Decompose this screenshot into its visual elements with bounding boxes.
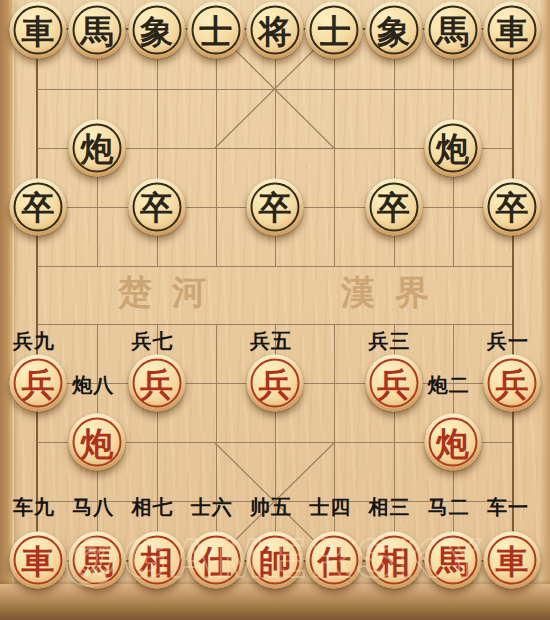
- piece-glyph: 士: [199, 13, 232, 47]
- piece-glyph: 兵: [22, 366, 55, 400]
- move-label: 车一: [487, 494, 529, 521]
- piece-black-chariot[interactable]: 車: [484, 2, 541, 59]
- piece-glyph: 卒: [22, 190, 55, 224]
- piece-glyph: 帥: [259, 543, 292, 577]
- move-label: 马八: [72, 494, 114, 521]
- piece-red-horse[interactable]: 馬: [424, 532, 481, 589]
- board-point[interactable]: [157, 89, 216, 148]
- board-point[interactable]: [334, 442, 393, 501]
- piece-red-soldier[interactable]: 兵: [10, 355, 67, 412]
- piece-glyph: 馬: [436, 543, 469, 577]
- piece-glyph: 士: [318, 13, 351, 47]
- piece-red-advisor[interactable]: 仕: [306, 532, 363, 589]
- board-point[interactable]: [157, 442, 216, 501]
- piece-red-elephant[interactable]: 相: [128, 532, 185, 589]
- piece-glyph: 卒: [259, 190, 292, 224]
- piece-black-general[interactable]: 将: [247, 2, 304, 59]
- board-frame-right: [540, 0, 550, 588]
- piece-glyph: 象: [140, 13, 173, 47]
- piece-black-horse[interactable]: 馬: [69, 2, 126, 59]
- piece-black-soldier[interactable]: 卒: [128, 178, 185, 235]
- move-label: 兵七: [132, 328, 174, 355]
- piece-glyph: 象: [377, 13, 410, 47]
- board-frame-left: [0, 0, 14, 588]
- piece-glyph: 車: [22, 543, 55, 577]
- board-point[interactable]: [38, 266, 97, 325]
- move-label: 兵五: [250, 328, 292, 355]
- piece-red-cannon[interactable]: 炮: [69, 414, 126, 471]
- move-label: 兵一: [487, 328, 529, 355]
- piece-glyph: 炮: [436, 425, 469, 459]
- piece-glyph: 兵: [140, 366, 173, 400]
- piece-glyph: 兵: [259, 366, 292, 400]
- piece-glyph: 馬: [436, 13, 469, 47]
- piece-red-soldier[interactable]: 兵: [484, 355, 541, 412]
- xiangqi-board: 楚河 漢界 車馬象士将士象馬車炮炮卒卒卒卒卒兵兵兵兵兵炮炮車馬相仕帥仕相馬車 兵…: [0, 0, 550, 620]
- move-label: 炮八: [72, 372, 114, 399]
- piece-red-general[interactable]: 帥: [247, 532, 304, 589]
- piece-glyph: 車: [22, 13, 55, 47]
- piece-black-advisor[interactable]: 士: [187, 2, 244, 59]
- piece-glyph: 車: [496, 13, 529, 47]
- board-point[interactable]: [334, 89, 393, 148]
- piece-glyph: 将: [259, 13, 292, 47]
- board-point[interactable]: [275, 89, 334, 148]
- piece-glyph: 卒: [496, 190, 529, 224]
- piece-black-chariot[interactable]: 車: [10, 2, 67, 59]
- piece-glyph: 仕: [199, 543, 232, 577]
- piece-black-cannon[interactable]: 炮: [69, 119, 126, 176]
- board-point[interactable]: [453, 266, 512, 325]
- piece-black-soldier[interactable]: 卒: [10, 178, 67, 235]
- piece-red-chariot[interactable]: 車: [484, 532, 541, 589]
- piece-black-soldier[interactable]: 卒: [247, 178, 304, 235]
- board-point[interactable]: [216, 89, 275, 148]
- piece-glyph: 卒: [377, 190, 410, 224]
- piece-glyph: 馬: [81, 543, 114, 577]
- board-point[interactable]: [216, 442, 275, 501]
- piece-glyph: 相: [377, 543, 410, 577]
- piece-black-horse[interactable]: 馬: [424, 2, 481, 59]
- piece-red-soldier[interactable]: 兵: [247, 355, 304, 412]
- piece-red-horse[interactable]: 馬: [69, 532, 126, 589]
- piece-black-soldier[interactable]: 卒: [484, 178, 541, 235]
- move-label: 车九: [13, 494, 55, 521]
- river-text-right: 漢界: [341, 270, 449, 316]
- piece-glyph: 仕: [318, 543, 351, 577]
- river-text-left: 楚河: [118, 270, 226, 316]
- piece-red-advisor[interactable]: 仕: [187, 532, 244, 589]
- piece-black-elephant[interactable]: 象: [365, 2, 422, 59]
- piece-glyph: 炮: [81, 131, 114, 165]
- move-label: 士四: [309, 494, 351, 521]
- piece-red-soldier[interactable]: 兵: [128, 355, 185, 412]
- board-point[interactable]: [275, 266, 334, 325]
- piece-red-soldier[interactable]: 兵: [365, 355, 422, 412]
- piece-black-cannon[interactable]: 炮: [424, 119, 481, 176]
- board-frame-bottom: [0, 584, 550, 620]
- piece-glyph: 相: [140, 543, 173, 577]
- piece-black-soldier[interactable]: 卒: [365, 178, 422, 235]
- piece-glyph: 炮: [436, 131, 469, 165]
- board-point[interactable]: [275, 442, 334, 501]
- move-label: 相七: [132, 494, 174, 521]
- piece-glyph: 炮: [81, 425, 114, 459]
- move-label: 相三: [369, 494, 411, 521]
- piece-black-advisor[interactable]: 士: [306, 2, 363, 59]
- move-label: 兵九: [13, 328, 55, 355]
- piece-black-elephant[interactable]: 象: [128, 2, 185, 59]
- piece-red-cannon[interactable]: 炮: [424, 414, 481, 471]
- piece-glyph: 馬: [81, 13, 114, 47]
- move-label: 马二: [428, 494, 470, 521]
- move-label: 帅五: [250, 494, 292, 521]
- piece-glyph: 兵: [496, 366, 529, 400]
- piece-glyph: 兵: [377, 366, 410, 400]
- piece-glyph: 卒: [140, 190, 173, 224]
- piece-red-chariot[interactable]: 車: [10, 532, 67, 589]
- move-label: 炮二: [428, 372, 470, 399]
- piece-glyph: 車: [496, 543, 529, 577]
- move-label: 士六: [191, 494, 233, 521]
- move-label: 兵三: [369, 328, 411, 355]
- piece-red-elephant[interactable]: 相: [365, 532, 422, 589]
